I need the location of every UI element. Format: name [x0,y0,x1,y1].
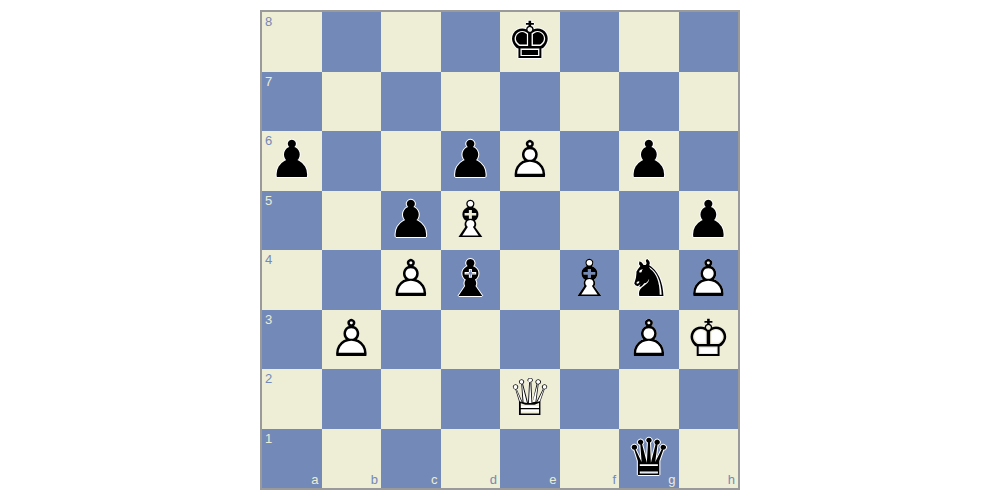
bishop-icon: ♗ [441,191,501,251]
square-d8[interactable] [441,12,501,72]
piece-black-pawn[interactable]: ♟ [679,191,739,251]
piece-white-king[interactable]: ♚♔ [679,310,739,370]
file-label-f: f [612,473,616,486]
square-e2[interactable]: ♛♕ [500,369,560,429]
square-f6[interactable] [560,131,620,191]
square-f1[interactable]: f [560,429,620,489]
queen-icon: ♛ [619,429,679,489]
square-b1[interactable]: b [322,429,382,489]
square-h5[interactable]: ♟ [679,191,739,251]
pawn-icon: ♟ [619,131,679,191]
pawn-icon: ♙ [679,250,739,310]
chess-board: 8♚76♟♟♟♙♟5♟♝♗♟4♟♙♝♝♗♞♟♙3♟♙♟♙♚♔2♛♕1abcdef… [262,12,738,488]
rank-label-2: 2 [265,372,272,385]
square-b2[interactable] [322,369,382,429]
rank-label-5: 5 [265,194,272,207]
pawn-icon: ♙ [500,131,560,191]
square-e4[interactable] [500,250,560,310]
square-h3[interactable]: ♚♔ [679,310,739,370]
file-label-h: h [728,473,735,486]
square-e8[interactable]: ♚ [500,12,560,72]
square-a3[interactable]: 3 [262,310,322,370]
square-d2[interactable] [441,369,501,429]
square-g7[interactable] [619,72,679,132]
square-g1[interactable]: g♛ [619,429,679,489]
square-c4[interactable]: ♟♙ [381,250,441,310]
square-a4[interactable]: 4 [262,250,322,310]
queen-icon: ♕ [500,369,560,429]
bishop-icon: ♗ [560,250,620,310]
square-b6[interactable] [322,131,382,191]
square-d4[interactable]: ♝ [441,250,501,310]
square-b5[interactable] [322,191,382,251]
file-label-d: d [490,473,497,486]
piece-black-pawn[interactable]: ♟ [262,131,322,191]
square-d1[interactable]: d [441,429,501,489]
piece-black-pawn[interactable]: ♟ [381,191,441,251]
square-g2[interactable] [619,369,679,429]
square-d7[interactable] [441,72,501,132]
square-h1[interactable]: h [679,429,739,489]
file-label-c: c [431,473,438,486]
square-c1[interactable]: c [381,429,441,489]
square-e5[interactable] [500,191,560,251]
rank-label-4: 4 [265,253,272,266]
file-label-e: e [549,473,556,486]
piece-black-king[interactable]: ♚ [500,12,560,72]
piece-white-pawn[interactable]: ♟♙ [679,250,739,310]
piece-white-pawn[interactable]: ♟♙ [381,250,441,310]
file-label-a: a [311,473,318,486]
square-f5[interactable] [560,191,620,251]
square-h4[interactable]: ♟♙ [679,250,739,310]
file-label-b: b [371,473,378,486]
square-a2[interactable]: 2 [262,369,322,429]
piece-white-pawn[interactable]: ♟♙ [619,310,679,370]
square-g5[interactable] [619,191,679,251]
piece-white-pawn[interactable]: ♟♙ [322,310,382,370]
square-b8[interactable] [322,12,382,72]
square-c7[interactable] [381,72,441,132]
square-a8[interactable]: 8 [262,12,322,72]
square-b7[interactable] [322,72,382,132]
piece-black-pawn[interactable]: ♟ [619,131,679,191]
square-h7[interactable] [679,72,739,132]
square-b3[interactable]: ♟♙ [322,310,382,370]
square-h8[interactable] [679,12,739,72]
square-g4[interactable]: ♞ [619,250,679,310]
rank-label-7: 7 [265,75,272,88]
square-a1[interactable]: 1a [262,429,322,489]
pawn-icon: ♙ [619,310,679,370]
square-e6[interactable]: ♟♙ [500,131,560,191]
square-c6[interactable] [381,131,441,191]
square-d5[interactable]: ♝♗ [441,191,501,251]
square-a6[interactable]: 6♟ [262,131,322,191]
square-f3[interactable] [560,310,620,370]
square-d6[interactable]: ♟ [441,131,501,191]
square-g8[interactable] [619,12,679,72]
square-g6[interactable]: ♟ [619,131,679,191]
square-c5[interactable]: ♟ [381,191,441,251]
piece-black-pawn[interactable]: ♟ [441,131,501,191]
square-c2[interactable] [381,369,441,429]
square-h2[interactable] [679,369,739,429]
piece-white-queen[interactable]: ♛♕ [500,369,560,429]
square-a7[interactable]: 7 [262,72,322,132]
pawn-icon: ♟ [381,191,441,251]
square-e7[interactable] [500,72,560,132]
pawn-icon: ♙ [322,310,382,370]
square-f8[interactable] [560,12,620,72]
piece-white-bishop[interactable]: ♝♗ [441,191,501,251]
piece-black-bishop[interactable]: ♝ [441,250,501,310]
king-icon: ♚ [500,12,560,72]
pawn-icon: ♙ [381,250,441,310]
piece-white-bishop[interactable]: ♝♗ [560,250,620,310]
pawn-icon: ♟ [262,131,322,191]
rank-label-8: 8 [265,15,272,28]
square-f2[interactable] [560,369,620,429]
square-e1[interactable]: e [500,429,560,489]
piece-black-knight[interactable]: ♞ [619,250,679,310]
square-c8[interactable] [381,12,441,72]
piece-white-pawn[interactable]: ♟♙ [500,131,560,191]
rank-label-1: 1 [265,432,272,445]
piece-black-queen[interactable]: ♛ [619,429,679,489]
square-a5[interactable]: 5 [262,191,322,251]
king-icon: ♔ [679,310,739,370]
bishop-icon: ♝ [441,250,501,310]
square-h6[interactable] [679,131,739,191]
square-f7[interactable] [560,72,620,132]
square-b4[interactable] [322,250,382,310]
square-d3[interactable] [441,310,501,370]
knight-icon: ♞ [619,250,679,310]
square-e3[interactable] [500,310,560,370]
chess-board-frame: 8♚76♟♟♟♙♟5♟♝♗♟4♟♙♝♝♗♞♟♙3♟♙♟♙♚♔2♛♕1abcdef… [260,10,740,490]
pawn-icon: ♟ [441,131,501,191]
pawn-icon: ♟ [679,191,739,251]
square-c3[interactable] [381,310,441,370]
square-f4[interactable]: ♝♗ [560,250,620,310]
rank-label-3: 3 [265,313,272,326]
square-g3[interactable]: ♟♙ [619,310,679,370]
page: 8♚76♟♟♟♙♟5♟♝♗♟4♟♙♝♝♗♞♟♙3♟♙♟♙♚♔2♛♕1abcdef… [0,0,1000,500]
